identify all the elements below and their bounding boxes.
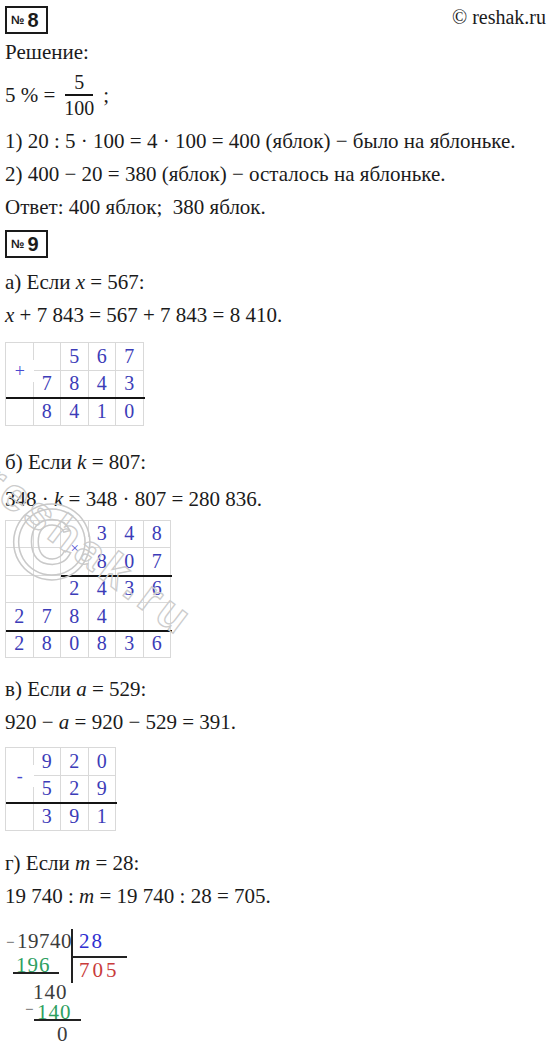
grid-cell: 5	[34, 776, 62, 804]
fraction-numerator: 5	[65, 71, 93, 96]
grid-cell: 8	[89, 631, 117, 659]
grid-cell: 0	[89, 748, 117, 776]
grid-cell: 4	[116, 521, 144, 549]
task-8-badge: № 8	[5, 6, 48, 34]
grid-cell	[116, 603, 144, 631]
grid-cell: 6	[144, 576, 172, 604]
grid-cell: 9	[34, 748, 62, 776]
result-rule	[6, 630, 172, 632]
grid-cell: 7	[144, 548, 172, 576]
answer-line: Ответ: 400 яблок; 380 яблок.	[5, 191, 552, 224]
operation-sign: ×	[61, 537, 89, 559]
grid-cell: 2	[6, 631, 34, 659]
grid-cell: 0	[116, 548, 144, 576]
grid-cell: 3	[116, 371, 144, 399]
grid-cell: 7	[116, 343, 144, 371]
grid-cell: 2	[61, 748, 89, 776]
part-v-equation: 920 − a = 920 − 529 = 391.	[5, 706, 552, 739]
percent-equation: 5 % = 5 100 ;	[5, 69, 552, 121]
part-a-condition: а) Если x = 567:	[5, 266, 552, 299]
percent-tail: ;	[103, 83, 109, 108]
grid-cell	[34, 343, 62, 371]
grid-cell: 2	[61, 576, 89, 604]
grid-cell	[144, 603, 172, 631]
addition-grid: 56778438410+	[5, 342, 144, 426]
grid-cell: 4	[61, 398, 89, 426]
grid-cell: 3	[89, 521, 117, 549]
grid-cell: 8	[34, 631, 62, 659]
long-division: − 19740 28 705 196 140 − 140 0	[5, 929, 245, 1047]
division-minus-2: −	[25, 998, 33, 1020]
part-g-equation: 19 740 : m = 19 740 : 28 = 705.	[5, 880, 552, 913]
step-2: 2) 400 − 20 = 380 (яблок) − осталось на …	[5, 158, 552, 191]
division-minus-1: −	[6, 931, 14, 953]
division-rule-1	[13, 972, 59, 974]
result-rule	[6, 397, 145, 399]
grid-cell: 6	[89, 343, 117, 371]
operation-sign: +	[6, 360, 34, 382]
grid-cell	[6, 576, 34, 604]
grid-cell: 1	[89, 803, 117, 831]
part-b-equation: 348 · k = 348 · 807 = 280 836.	[5, 483, 552, 516]
grid-cell: 4	[89, 576, 117, 604]
grid-cell	[6, 548, 34, 576]
fraction-denominator: 100	[64, 96, 94, 119]
step-1: 1) 20 : 5 · 100 = 4 · 100 = 400 (яблок) …	[5, 125, 552, 158]
grid-cell	[6, 521, 34, 549]
grid-cell	[6, 803, 34, 831]
task-9-badge: № 9	[5, 230, 48, 258]
task-9-badge-row: № 9	[5, 230, 552, 258]
grid-cell: 8	[61, 371, 89, 399]
percent-lhs: 5 % =	[5, 83, 55, 108]
header-row: № 8 © reshak.ru	[5, 6, 552, 34]
multiplication-grid: 34880724362784280836×	[5, 520, 171, 659]
grid-cell: 4	[89, 603, 117, 631]
site-credit: © reshak.ru	[452, 6, 552, 29]
subtraction-grid: 920529391-	[5, 747, 116, 831]
division-divisor: 28	[71, 929, 108, 956]
division-rule-2	[34, 1019, 81, 1021]
solution-label: Решение:	[5, 36, 552, 69]
grid-cell: 2	[61, 776, 89, 804]
grid-cell: 6	[144, 631, 172, 659]
division-dividend: 19740	[17, 930, 72, 952]
division-quotient: 705	[71, 956, 127, 983]
grid-cell	[34, 576, 62, 604]
result-rule	[6, 802, 117, 804]
grid-cell: 8	[89, 548, 117, 576]
grid-cell: 8	[61, 603, 89, 631]
part-a-equation: x + 7 843 = 567 + 7 843 = 8 410.	[5, 299, 552, 332]
grid-cell: 8	[144, 521, 172, 549]
task-9-badge-num: 9	[27, 234, 38, 254]
grid-cell: 3	[116, 631, 144, 659]
worksheet-page: № 8 © reshak.ru Решение: 5 % = 5 100 ; 1…	[0, 0, 556, 1050]
grid-cell	[6, 398, 34, 426]
part-v-condition: в) Если a = 529:	[5, 673, 552, 706]
grid-cell: 1	[89, 398, 117, 426]
grid-cell	[34, 548, 62, 576]
grid-cell: 9	[61, 803, 89, 831]
grid-cell: 4	[89, 371, 117, 399]
grid-cell: 2	[6, 603, 34, 631]
task-9-badge-no: №	[11, 238, 24, 250]
grid-cell: 0	[116, 398, 144, 426]
grid-cell: 7	[34, 371, 62, 399]
part-b-condition: б) Если k = 807:	[5, 446, 552, 479]
task-8-badge-num: 8	[27, 10, 38, 30]
grid-cell	[34, 521, 62, 549]
result-rule	[61, 575, 172, 577]
grid-cell: 9	[89, 776, 117, 804]
fraction: 5 100	[64, 71, 94, 119]
grid-cell: 3	[116, 576, 144, 604]
grid-cell: 5	[61, 343, 89, 371]
grid-cell: 3	[34, 803, 62, 831]
task-8-badge-no: №	[11, 14, 24, 26]
grid-cell: 8	[34, 398, 62, 426]
grid-cell: 0	[61, 631, 89, 659]
part-g-condition: г) Если m = 28:	[5, 847, 552, 880]
operation-sign: -	[6, 765, 34, 787]
grid-cell: 7	[34, 603, 62, 631]
division-remainder-2: 0	[57, 1023, 69, 1045]
